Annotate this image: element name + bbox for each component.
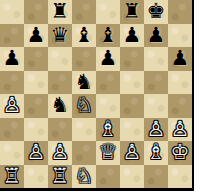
- square-h5[interactable]: [168, 71, 192, 95]
- square-b8[interactable]: [24, 0, 48, 24]
- white-bishop-g2[interactable]: ♗: [147, 141, 166, 165]
- square-c4[interactable]: ♞: [48, 94, 72, 118]
- square-e6[interactable]: ♟: [96, 47, 120, 71]
- black-knight-c4[interactable]: ♞: [51, 94, 70, 118]
- square-h3[interactable]: ♙: [168, 118, 192, 142]
- white-bishop-e3[interactable]: ♗: [99, 118, 118, 142]
- square-g4[interactable]: [144, 94, 168, 118]
- square-e1[interactable]: [96, 165, 120, 189]
- white-pawn-h3[interactable]: ♙: [171, 118, 190, 142]
- white-rook-a1[interactable]: ♖: [3, 165, 22, 189]
- square-f5[interactable]: [120, 71, 144, 95]
- square-b3[interactable]: [24, 118, 48, 142]
- white-pawn-a4[interactable]: ♙: [3, 94, 22, 118]
- square-c6[interactable]: [48, 47, 72, 71]
- white-knight-d1[interactable]: ♘: [75, 165, 94, 189]
- white-pawn-g3[interactable]: ♙: [147, 118, 166, 142]
- black-pawn-a6[interactable]: ♟: [3, 47, 22, 71]
- square-b4[interactable]: [24, 94, 48, 118]
- white-pawn-f2[interactable]: ♙: [123, 141, 142, 165]
- black-pawn-g7[interactable]: ♟: [147, 24, 166, 48]
- square-c5[interactable]: [48, 71, 72, 95]
- square-d7[interactable]: ♝: [72, 24, 96, 48]
- square-f8[interactable]: ♜: [120, 0, 144, 24]
- square-c7[interactable]: ♛: [48, 24, 72, 48]
- square-g2[interactable]: ♗: [144, 141, 168, 165]
- square-c1[interactable]: ♖: [48, 165, 72, 189]
- square-c3[interactable]: [48, 118, 72, 142]
- square-b6[interactable]: [24, 47, 48, 71]
- square-a5[interactable]: [0, 71, 24, 95]
- square-e8[interactable]: [96, 0, 120, 24]
- square-d3[interactable]: [72, 118, 96, 142]
- square-g7[interactable]: ♟: [144, 24, 168, 48]
- white-queen-e2[interactable]: ♕: [99, 141, 118, 165]
- black-bishop-d7[interactable]: ♝: [75, 24, 94, 48]
- square-g3[interactable]: ♙: [144, 118, 168, 142]
- square-g6[interactable]: [144, 47, 168, 71]
- white-pawn-b2[interactable]: ♙: [27, 141, 46, 165]
- square-e2[interactable]: ♕: [96, 141, 120, 165]
- square-h6[interactable]: ♟: [168, 47, 192, 71]
- square-d1[interactable]: ♘: [72, 165, 96, 189]
- square-b7[interactable]: ♟: [24, 24, 48, 48]
- black-queen-c7[interactable]: ♛: [51, 24, 70, 48]
- square-f3[interactable]: [120, 118, 144, 142]
- square-b2[interactable]: ♙: [24, 141, 48, 165]
- square-g5[interactable]: [144, 71, 168, 95]
- square-a6[interactable]: ♟: [0, 47, 24, 71]
- square-c2[interactable]: ♙: [48, 141, 72, 165]
- black-knight-d5[interactable]: ♞: [75, 71, 94, 95]
- square-a3[interactable]: [0, 118, 24, 142]
- square-a1[interactable]: ♖: [0, 165, 24, 189]
- black-bishop-e7[interactable]: ♝: [99, 24, 118, 48]
- square-e3[interactable]: ♗: [96, 118, 120, 142]
- square-f6[interactable]: [120, 47, 144, 71]
- square-e4[interactable]: [96, 94, 120, 118]
- square-e7[interactable]: ♝: [96, 24, 120, 48]
- square-a8[interactable]: [0, 0, 24, 24]
- square-h4[interactable]: [168, 94, 192, 118]
- black-pawn-h6[interactable]: ♟: [171, 47, 190, 71]
- chess-board-screenshot: ♜♜♚♟♛♝♝♟♟♟♟♟♞♙♞♘♗♙♙♙♙♕♙♗♔♖♖♘: [0, 0, 207, 192]
- white-pawn-c2[interactable]: ♙: [51, 141, 70, 165]
- square-b1[interactable]: [24, 165, 48, 189]
- black-rook-c8[interactable]: ♜: [51, 0, 70, 24]
- square-f1[interactable]: [120, 165, 144, 189]
- square-h8[interactable]: [168, 0, 192, 24]
- square-e5[interactable]: [96, 71, 120, 95]
- square-d8[interactable]: [72, 0, 96, 24]
- white-knight-d4[interactable]: ♘: [75, 94, 94, 118]
- square-d4[interactable]: ♘: [72, 94, 96, 118]
- square-d2[interactable]: [72, 141, 96, 165]
- square-h1[interactable]: [168, 165, 192, 189]
- black-king-g8[interactable]: ♚: [147, 0, 166, 24]
- black-pawn-f7[interactable]: ♟: [123, 24, 142, 48]
- chess-board: ♜♜♚♟♛♝♝♟♟♟♟♟♞♙♞♘♗♙♙♙♙♕♙♗♔♖♖♘: [0, 0, 194, 191]
- square-b5[interactable]: [24, 71, 48, 95]
- square-a4[interactable]: ♙: [0, 94, 24, 118]
- black-pawn-b7[interactable]: ♟: [27, 24, 46, 48]
- square-a7[interactable]: [0, 24, 24, 48]
- square-d6[interactable]: [72, 47, 96, 71]
- square-f7[interactable]: ♟: [120, 24, 144, 48]
- square-g8[interactable]: ♚: [144, 0, 168, 24]
- square-c8[interactable]: ♜: [48, 0, 72, 24]
- square-h7[interactable]: [168, 24, 192, 48]
- white-rook-c1[interactable]: ♖: [51, 165, 70, 189]
- white-king-h2[interactable]: ♔: [171, 141, 190, 165]
- square-f4[interactable]: [120, 94, 144, 118]
- black-rook-f8[interactable]: ♜: [123, 0, 142, 24]
- square-f2[interactable]: ♙: [120, 141, 144, 165]
- square-g1[interactable]: [144, 165, 168, 189]
- square-h2[interactable]: ♔: [168, 141, 192, 165]
- square-d5[interactable]: ♞: [72, 71, 96, 95]
- square-a2[interactable]: [0, 141, 24, 165]
- black-pawn-e6[interactable]: ♟: [99, 47, 118, 71]
